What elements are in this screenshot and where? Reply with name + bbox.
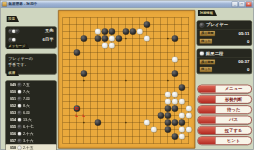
move-number: 053 (7, 111, 16, 115)
black-stone-icon (17, 111, 21, 115)
white-stone-icon (17, 146, 21, 150)
button-red-cap (198, 127, 216, 134)
close-button[interactable]: × (246, 1, 252, 7)
button-red-cap (198, 116, 216, 123)
app-window: 銀星囲碁 - 対局中 _ □ × 設定 互先6目半 メッセージ プレイヤーの 手… (0, 0, 254, 150)
button-red-cap (198, 106, 216, 113)
move-number: 051 (7, 97, 16, 101)
white-stone (95, 28, 101, 34)
game-button-待った[interactable]: 待った (197, 105, 252, 114)
white-stone-icon (17, 118, 21, 122)
move-coordinate: 2.十六 (23, 131, 55, 136)
kifu-move-row[interactable]: 0528.六 (6, 102, 57, 109)
black-stone-icon (199, 22, 204, 27)
game-button-形勢判断[interactable]: 形勢判断 (197, 95, 252, 104)
black-stone (109, 28, 115, 34)
move-coordinate: 7.五 (23, 82, 55, 87)
stat-value: 05:11 (238, 31, 249, 36)
white-stone (179, 133, 185, 139)
screenshot-viewport: 銀星囲碁 - 対局中 _ □ × 設定 互先6目半 メッセージ プレイヤーの 手… (0, 0, 254, 150)
star-point (125, 122, 127, 124)
game-button-パス[interactable]: パス (197, 116, 252, 125)
black-player-box: プレイヤー 残り時間05:11待った0 (197, 20, 252, 45)
stat-value: 00:37 (238, 59, 249, 64)
white-stone (186, 105, 192, 111)
settings-section: 設定 互先6目半 (5, 15, 56, 44)
black-stone (165, 105, 171, 111)
button-label: 投了する (216, 127, 252, 133)
star-point (125, 80, 127, 82)
info-section: 対局情報 プレイヤー 残り時間05:11待った0 銀星二段 残り時間00:37待… (197, 9, 252, 66)
white-stone-icon (17, 132, 21, 136)
settings-tab: 設定 (6, 16, 19, 22)
maximize-button[interactable]: □ (239, 1, 245, 7)
white-stone (179, 126, 185, 132)
move-number: 050 (7, 90, 16, 94)
stat-label-badge: 残り時間 (199, 59, 215, 65)
black-stone (165, 112, 171, 118)
stones-two-icon (8, 37, 15, 41)
white-stone-icon (17, 90, 21, 94)
black-stone (102, 28, 108, 34)
message-text: プレイヤーの 手番です。 (6, 54, 57, 69)
button-label: パス (216, 117, 252, 123)
white-stone-icon (199, 51, 204, 56)
black-stone (172, 133, 178, 139)
black-stone (95, 119, 101, 125)
red-point-marker (83, 114, 85, 116)
minimize-button[interactable]: _ (232, 1, 238, 7)
button-red-cap (198, 137, 216, 144)
button-red-cap (198, 85, 216, 92)
black-stone (81, 35, 87, 41)
move-number: 055 (7, 125, 16, 129)
white-player-box: 銀星二段 残り時間00:37待った0 (197, 49, 252, 74)
white-stone (144, 35, 150, 41)
stat-label-badge: 待った (199, 67, 212, 73)
kifu-section: 棋譜 0497.五0507.六0517.四0528.六0536.四05413.六… (5, 69, 56, 149)
black-stone-icon (17, 83, 21, 87)
kifu-move-row[interactable]: 05413.六 (6, 116, 57, 123)
window-title: 銀星囲碁 - 対局中 (8, 2, 231, 7)
white-stone (102, 42, 108, 48)
kifu-move-row[interactable]: 0582.十五 (6, 144, 57, 150)
move-coordinate: 7.六 (23, 89, 55, 94)
star-point (167, 80, 169, 82)
black-stone (165, 126, 171, 132)
black-stone (116, 35, 122, 41)
move-number: 052 (7, 104, 16, 108)
red-point-marker (76, 114, 78, 116)
app-icon (2, 2, 7, 7)
game-button-投了する[interactable]: 投了する (197, 126, 252, 135)
star-point (125, 38, 127, 40)
move-number: 049 (7, 83, 16, 87)
move-coordinate: 6.十七 (23, 124, 55, 129)
button-label: 待った (216, 107, 252, 113)
white-stone (172, 56, 178, 62)
white-stone (109, 35, 115, 41)
stat-label-badge: 待った (199, 38, 212, 44)
white-stone (186, 126, 192, 132)
player-stat-row: 残り時間00:37 (197, 58, 252, 66)
kifu-move-row[interactable]: 0536.四 (6, 109, 57, 116)
white-stone (179, 112, 185, 118)
move-number: 057 (7, 139, 16, 143)
move-coordinate: 13.六 (23, 117, 55, 122)
last-move-marker (75, 107, 78, 110)
white-stone (172, 91, 178, 97)
black-stone-icon (17, 97, 21, 101)
black-stone (81, 70, 87, 76)
move-number: 058 (7, 146, 16, 150)
settings-value: 互先 (45, 28, 54, 34)
white-stone (144, 119, 150, 125)
message-tab: メッセージ (6, 43, 29, 49)
black-stone (95, 35, 101, 41)
kifu-panel: 0497.五0507.六0517.四0528.六0536.四05413.六055… (5, 80, 56, 150)
game-button-メニュー[interactable]: メニュー (197, 85, 252, 94)
kifu-move-row[interactable]: 0573.十六 (6, 137, 57, 144)
black-stone (179, 84, 185, 90)
black-stone (172, 119, 178, 125)
stat-value: 0 (247, 67, 249, 72)
white-stone (172, 98, 178, 104)
button-red-cap (198, 96, 216, 103)
black-stone (165, 119, 171, 125)
black-stone (144, 21, 150, 27)
kifu-move-row[interactable]: 0497.五 (6, 81, 57, 88)
button-label: 形勢判断 (216, 96, 252, 102)
star-point (83, 80, 85, 82)
kifu-move-row[interactable]: 0517.四 (6, 95, 57, 102)
black-stone (172, 35, 178, 41)
player-stat-row: 待った0 (197, 66, 252, 74)
button-label: メニュー (216, 86, 252, 92)
black-stone (123, 28, 129, 34)
white-stone (186, 112, 192, 118)
kifu-move-row[interactable]: 0556.十七 (6, 123, 57, 130)
white-stone (109, 42, 115, 48)
black-stone (102, 35, 108, 41)
game-button-ヒント[interactable]: ヒント (197, 136, 252, 145)
white-stone (165, 91, 171, 97)
player-stat-row: 残り時間05:11 (197, 30, 252, 38)
move-coordinate: 3.十六 (23, 138, 55, 143)
game-info-tab: 対局情報 (198, 10, 217, 16)
move-coordinate: 6.四 (23, 110, 55, 115)
star-point (167, 38, 169, 40)
kifu-move-row[interactable]: 0507.六 (6, 88, 57, 95)
black-player-name: プレイヤー (206, 22, 228, 28)
title-bar: 銀星囲碁 - 対局中 _ □ × (1, 1, 254, 8)
black-stone (158, 112, 164, 118)
move-number: 056 (7, 132, 16, 136)
white-stone (151, 126, 157, 132)
black-stone (172, 70, 178, 76)
move-coordinate: 8.六 (23, 103, 55, 108)
kifu-tab: 棋譜 (6, 70, 19, 76)
black-stone-icon (17, 125, 21, 129)
white-stone (165, 98, 171, 104)
stones-three-icon (8, 29, 18, 33)
player-stat-row: 待った0 (197, 37, 252, 45)
white-stone-icon (17, 104, 21, 108)
settings-row: 互先 (6, 27, 57, 36)
move-number: 054 (7, 118, 16, 122)
button-label: ヒント (216, 138, 252, 144)
stat-label-badge: 残り時間 (199, 31, 215, 37)
black-stone (179, 119, 185, 125)
black-stone (74, 49, 80, 55)
black-stone-icon (17, 139, 21, 143)
move-coordinate: 2.十五 (23, 145, 55, 150)
white-stone (179, 98, 185, 104)
message-section: メッセージ プレイヤーの 手番です。 (5, 43, 56, 70)
move-coordinate: 7.四 (23, 96, 55, 101)
kifu-move-row[interactable]: 0562.十六 (6, 130, 57, 137)
black-stone (130, 28, 136, 34)
star-point (83, 122, 85, 124)
go-board[interactable] (58, 10, 195, 149)
white-stone (137, 28, 143, 34)
white-player-name: 銀星二段 (206, 50, 223, 56)
stat-value: 0 (247, 39, 249, 44)
black-stone (172, 105, 178, 111)
